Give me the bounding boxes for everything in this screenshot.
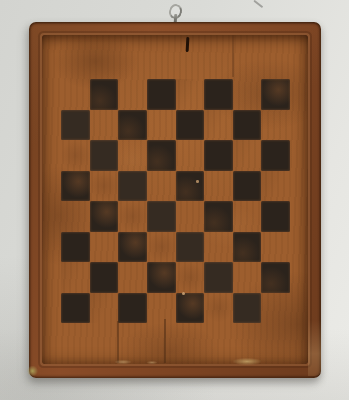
square-d2[interactable] (147, 262, 176, 293)
plank-seam (117, 321, 119, 363)
square-g7[interactable] (233, 110, 262, 141)
square-e8[interactable] (176, 79, 205, 110)
square-g8[interactable] (233, 79, 262, 110)
square-d6[interactable] (147, 140, 176, 171)
wear-spot (27, 366, 38, 376)
checkerboard (61, 79, 290, 323)
square-b1[interactable] (90, 293, 119, 324)
square-g5[interactable] (233, 171, 262, 202)
square-e1[interactable] (176, 293, 205, 324)
square-f1[interactable] (204, 293, 233, 324)
square-a4[interactable] (61, 201, 90, 232)
square-a1[interactable] (61, 293, 90, 324)
square-c6[interactable] (118, 140, 147, 171)
square-b5[interactable] (90, 171, 119, 202)
square-g2[interactable] (233, 262, 262, 293)
wall-scratch (254, 0, 264, 8)
game-board (29, 22, 321, 378)
square-e3[interactable] (176, 232, 205, 263)
square-d8[interactable] (147, 79, 176, 110)
square-h2[interactable] (261, 262, 290, 293)
square-g4[interactable] (233, 201, 262, 232)
square-f8[interactable] (204, 79, 233, 110)
square-c4[interactable] (118, 201, 147, 232)
square-b6[interactable] (90, 140, 119, 171)
square-h5[interactable] (261, 171, 290, 202)
square-c8[interactable] (118, 79, 147, 110)
square-b4[interactable] (90, 201, 119, 232)
square-c5[interactable] (118, 171, 147, 202)
square-c2[interactable] (118, 262, 147, 293)
square-e2[interactable] (176, 262, 205, 293)
square-h8[interactable] (261, 79, 290, 110)
square-a3[interactable] (61, 232, 90, 263)
square-a7[interactable] (61, 110, 90, 141)
plank-seam (232, 35, 234, 77)
square-b7[interactable] (90, 110, 119, 141)
square-h7[interactable] (261, 110, 290, 141)
square-c3[interactable] (118, 232, 147, 263)
wood-crack (186, 37, 189, 52)
square-b2[interactable] (90, 262, 119, 293)
square-b8[interactable] (90, 79, 119, 110)
paint-chip (196, 180, 199, 183)
square-c1[interactable] (118, 293, 147, 324)
square-d5[interactable] (147, 171, 176, 202)
square-e7[interactable] (176, 110, 205, 141)
plank-seam (164, 319, 166, 363)
square-f7[interactable] (204, 110, 233, 141)
square-e6[interactable] (176, 140, 205, 171)
square-h3[interactable] (261, 232, 290, 263)
square-b3[interactable] (90, 232, 119, 263)
square-d4[interactable] (147, 201, 176, 232)
square-d3[interactable] (147, 232, 176, 263)
square-g6[interactable] (233, 140, 262, 171)
square-f3[interactable] (204, 232, 233, 263)
square-h6[interactable] (261, 140, 290, 171)
wear-spot (308, 320, 321, 376)
square-a8[interactable] (61, 79, 90, 110)
square-e4[interactable] (176, 201, 205, 232)
square-f2[interactable] (204, 262, 233, 293)
square-d1[interactable] (147, 293, 176, 324)
square-h1[interactable] (261, 293, 290, 324)
square-a5[interactable] (61, 171, 90, 202)
square-g3[interactable] (233, 232, 262, 263)
square-a6[interactable] (61, 140, 90, 171)
photo-scene (0, 0, 349, 400)
square-c7[interactable] (118, 110, 147, 141)
paint-chip (182, 292, 185, 295)
square-d7[interactable] (147, 110, 176, 141)
square-g1[interactable] (233, 293, 262, 324)
square-f5[interactable] (204, 171, 233, 202)
square-a2[interactable] (61, 262, 90, 293)
square-e5[interactable] (176, 171, 205, 202)
board-surface (42, 35, 308, 364)
square-f6[interactable] (204, 140, 233, 171)
square-f4[interactable] (204, 201, 233, 232)
square-h4[interactable] (261, 201, 290, 232)
hanging-hook (164, 2, 188, 24)
